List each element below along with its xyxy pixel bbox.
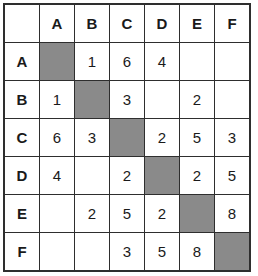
cell-B-C: 3	[110, 81, 144, 118]
distance-matrix-grid: ABCDEFA164B132C63253D4225E2528F358	[3, 3, 251, 272]
col-header-F: F	[215, 5, 249, 42]
cell-D-B	[75, 157, 109, 194]
cell-B-A: 1	[40, 81, 74, 118]
corner-cell	[5, 5, 39, 42]
col-header-E: E	[180, 5, 214, 42]
cell-E-F: 8	[215, 195, 249, 232]
cell-B-E: 2	[180, 81, 214, 118]
cell-F-C: 3	[110, 233, 144, 270]
col-header-B: B	[75, 5, 109, 42]
cell-A-D: 4	[145, 43, 179, 80]
cell-C-B: 3	[75, 119, 109, 156]
cell-C-D: 2	[145, 119, 179, 156]
row-header-A: A	[5, 43, 39, 80]
cell-D-A: 4	[40, 157, 74, 194]
cell-C-C	[110, 119, 144, 156]
row-header-B: B	[5, 81, 39, 118]
cell-B-F	[215, 81, 249, 118]
cell-F-E: 8	[180, 233, 214, 270]
col-header-A: A	[40, 5, 74, 42]
cell-C-E: 5	[180, 119, 214, 156]
cell-F-A	[40, 233, 74, 270]
cell-B-D	[145, 81, 179, 118]
col-header-C: C	[110, 5, 144, 42]
cell-E-E	[180, 195, 214, 232]
cell-A-F	[215, 43, 249, 80]
cell-F-D: 5	[145, 233, 179, 270]
row-header-E: E	[5, 195, 39, 232]
cell-A-C: 6	[110, 43, 144, 80]
cell-E-C: 5	[110, 195, 144, 232]
cell-E-A	[40, 195, 74, 232]
cell-F-B	[75, 233, 109, 270]
cell-A-E	[180, 43, 214, 80]
row-header-C: C	[5, 119, 39, 156]
cell-D-E: 2	[180, 157, 214, 194]
cell-A-A	[40, 43, 74, 80]
row-header-F: F	[5, 233, 39, 270]
cell-C-A: 6	[40, 119, 74, 156]
cell-A-B: 1	[75, 43, 109, 80]
cell-D-C: 2	[110, 157, 144, 194]
cell-C-F: 3	[215, 119, 249, 156]
cell-B-B	[75, 81, 109, 118]
row-header-D: D	[5, 157, 39, 194]
cell-D-F: 5	[215, 157, 249, 194]
cell-D-D	[145, 157, 179, 194]
cell-E-D: 2	[145, 195, 179, 232]
col-header-D: D	[145, 5, 179, 42]
cell-E-B: 2	[75, 195, 109, 232]
cell-F-F	[215, 233, 249, 270]
